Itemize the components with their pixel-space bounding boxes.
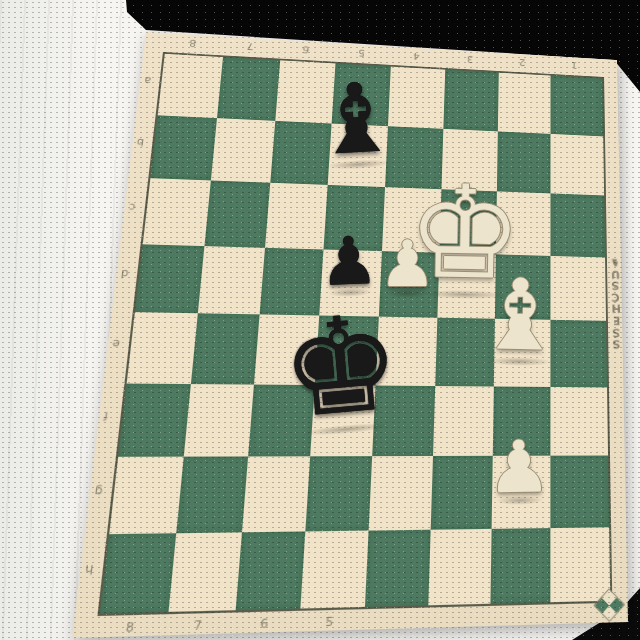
rank-label-top-4: 4 — [413, 51, 420, 60]
square-b7[interactable] — [211, 118, 275, 183]
white-bishop-e2[interactable]: ♝ — [476, 266, 566, 366]
square-d8[interactable] — [135, 244, 204, 313]
square-h2[interactable] — [490, 528, 551, 604]
file-label-left-c: c — [128, 202, 136, 213]
square-f8[interactable] — [118, 383, 190, 457]
square-e7[interactable] — [191, 313, 259, 384]
file-label-left-h: h — [84, 563, 94, 576]
brand-char: E — [612, 314, 620, 326]
square-f1[interactable] — [551, 386, 608, 455]
file-label-left-b: b — [136, 137, 144, 147]
us-chess-brand-text: ♞US CHESS — [610, 257, 622, 350]
rank-label-top-3: 3 — [466, 54, 473, 63]
square-e8[interactable] — [127, 312, 198, 383]
square-g7[interactable] — [176, 456, 248, 532]
file-label-left-e: e — [112, 338, 121, 349]
brand-char: ♞ — [610, 257, 620, 269]
black-bishop-b5[interactable]: ♝ — [311, 69, 402, 169]
square-a7[interactable] — [217, 57, 280, 120]
rank-label-top-8: 8 — [189, 38, 197, 48]
rank-label-top-6: 6 — [303, 45, 310, 55]
square-d7[interactable] — [198, 246, 265, 315]
square-h7[interactable] — [168, 532, 241, 612]
square-f7[interactable] — [183, 384, 253, 457]
square-h1[interactable] — [551, 527, 611, 602]
rank-label-bottom-7: 7 — [193, 619, 202, 632]
square-c8[interactable] — [143, 178, 211, 245]
square-c7[interactable] — [204, 180, 270, 247]
brand-char: U — [611, 268, 620, 280]
rank-label-bottom-6: 6 — [260, 617, 269, 630]
brand-char: S — [612, 326, 620, 338]
file-label-left-a: a — [144, 75, 152, 85]
rank-label-bottom-8: 8 — [125, 621, 135, 634]
square-g1[interactable] — [551, 456, 609, 528]
rank-label-top-1: 1 — [571, 61, 577, 70]
square-g8[interactable] — [109, 457, 183, 534]
rank-label-top-7: 7 — [246, 41, 254, 51]
square-b8[interactable] — [150, 115, 216, 181]
file-label-left-f: f — [103, 410, 109, 422]
rank-label-top-5: 5 — [358, 48, 365, 58]
square-g5[interactable] — [306, 456, 373, 531]
black-king-f5[interactable]: ♚ — [277, 295, 406, 437]
square-h4[interactable] — [365, 529, 430, 607]
brand-char: H — [611, 303, 621, 315]
brand-char: S — [612, 338, 620, 350]
square-a1[interactable] — [551, 76, 603, 136]
file-label-left-d: d — [120, 268, 129, 279]
square-g4[interactable] — [369, 456, 433, 530]
square-h5[interactable] — [301, 530, 369, 609]
square-a3[interactable] — [443, 70, 498, 131]
square-a2[interactable] — [497, 73, 550, 134]
square-a8[interactable] — [158, 54, 223, 118]
square-h6[interactable] — [235, 531, 306, 610]
rank-label-top-2: 2 — [519, 57, 525, 66]
square-g3[interactable] — [430, 456, 492, 529]
white-pawn-g2[interactable]: ♟ — [486, 431, 552, 504]
square-h3[interactable] — [428, 528, 491, 605]
square-b1[interactable] — [551, 133, 604, 195]
square-h8[interactable] — [100, 533, 176, 614]
square-f3[interactable] — [433, 386, 494, 456]
brand-char: S — [611, 280, 619, 292]
rank-label-bottom-5: 5 — [325, 616, 334, 629]
square-g6[interactable] — [241, 456, 310, 531]
file-label-left-g: g — [94, 485, 104, 497]
photo-canvas: 87654321abcdefgh8765 ♞US CHESS ♝♟♟♚♝♚♟ — [0, 0, 640, 640]
square-c1[interactable] — [551, 193, 605, 257]
